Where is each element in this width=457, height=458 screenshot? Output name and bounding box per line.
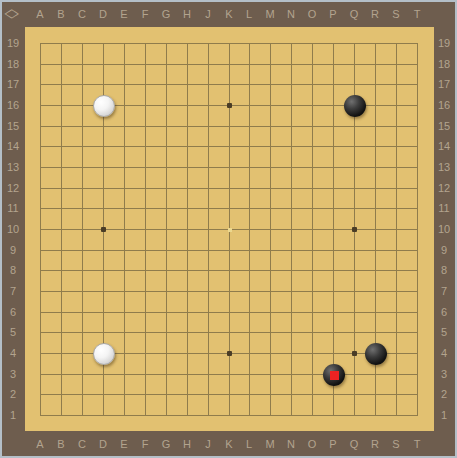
grid-line-horizontal (40, 291, 418, 292)
coord-label-left-12: 12 (2, 180, 24, 196)
coord-label-right-3: 3 (434, 366, 454, 382)
coord-label-bottom-D: D (93, 436, 113, 452)
coord-label-right-7: 7 (434, 283, 454, 299)
coord-label-bottom-F: F (135, 436, 155, 452)
coord-label-top-D: D (93, 6, 113, 22)
coord-label-left-11: 11 (2, 200, 24, 216)
coord-label-right-8: 8 (434, 262, 454, 278)
coord-label-left-15: 15 (2, 118, 24, 134)
coord-label-right-1: 1 (434, 407, 454, 423)
coord-label-left-6: 6 (2, 304, 24, 320)
coord-label-left-19: 19 (2, 35, 24, 51)
coord-label-left-16: 16 (2, 97, 24, 113)
grid-line-horizontal (40, 270, 418, 271)
coord-label-top-A: A (30, 6, 50, 22)
star-point (352, 227, 357, 232)
coord-label-bottom-Q: Q (344, 436, 364, 452)
coord-label-right-4: 4 (434, 345, 454, 361)
coord-label-top-H: H (177, 6, 197, 22)
coord-label-left-9: 9 (2, 242, 24, 258)
coord-label-top-E: E (114, 6, 134, 22)
coord-label-left-18: 18 (2, 56, 24, 72)
coord-label-left-4: 4 (2, 345, 24, 361)
grid-line-horizontal (40, 374, 418, 375)
coord-label-bottom-M: M (260, 436, 280, 452)
star-point (352, 351, 357, 356)
coord-label-right-16: 16 (434, 97, 454, 113)
coord-label-right-10: 10 (434, 221, 454, 237)
coord-label-bottom-J: J (198, 436, 218, 452)
grid-line-horizontal (40, 250, 418, 251)
diamond-icon: ◇ (5, 7, 19, 20)
coord-label-bottom-R: R (365, 436, 385, 452)
coord-label-left-17: 17 (2, 76, 24, 92)
coord-label-right-18: 18 (434, 56, 454, 72)
coord-label-bottom-N: N (281, 436, 301, 452)
grid-line-vertical (291, 43, 292, 416)
stone-white-D16 (93, 95, 115, 117)
grid-line-vertical (249, 43, 250, 416)
grid-line-vertical (312, 43, 313, 416)
coord-label-right-2: 2 (434, 386, 454, 402)
grid-line-horizontal (40, 312, 418, 313)
coord-label-bottom-S: S (386, 436, 406, 452)
coord-label-top-P: P (323, 6, 343, 22)
go-app-window: ◇ AABBCCDDEEFFGGHHJJKKLLMMNNOOPPQQRRSSTT… (0, 0, 457, 458)
grid-line-vertical (333, 43, 334, 416)
stone-white-D4 (93, 343, 115, 365)
stone-black-Q16 (344, 95, 366, 117)
coord-label-top-K: K (219, 6, 239, 22)
coord-label-top-F: F (135, 6, 155, 22)
coord-label-top-B: B (51, 6, 71, 22)
coord-label-left-1: 1 (2, 407, 24, 423)
coord-label-left-14: 14 (2, 138, 24, 154)
coord-label-bottom-E: E (114, 436, 134, 452)
star-point (101, 227, 106, 232)
coord-label-bottom-T: T (407, 436, 427, 452)
coord-label-top-O: O (302, 6, 322, 22)
coord-label-top-R: R (365, 6, 385, 22)
coord-label-bottom-L: L (239, 436, 259, 452)
coord-label-top-J: J (198, 6, 218, 22)
coord-label-top-S: S (386, 6, 406, 22)
tengen-highlight (228, 228, 232, 232)
coord-label-bottom-P: P (323, 436, 343, 452)
coord-label-right-11: 11 (434, 200, 454, 216)
coord-label-right-5: 5 (434, 324, 454, 340)
coord-label-bottom-O: O (302, 436, 322, 452)
coord-label-top-C: C (72, 6, 92, 22)
coord-label-left-13: 13 (2, 159, 24, 175)
coord-label-bottom-G: G (156, 436, 176, 452)
coord-label-right-15: 15 (434, 118, 454, 134)
coord-label-bottom-C: C (72, 436, 92, 452)
coord-label-right-17: 17 (434, 76, 454, 92)
coord-label-top-M: M (260, 6, 280, 22)
coord-label-right-9: 9 (434, 242, 454, 258)
coord-label-bottom-H: H (177, 436, 197, 452)
coord-label-right-6: 6 (434, 304, 454, 320)
coord-label-right-19: 19 (434, 35, 454, 51)
grid-line-vertical (417, 43, 418, 416)
grid-line-horizontal (40, 415, 418, 416)
star-point (227, 103, 232, 108)
grid-line-vertical (396, 43, 397, 416)
grid-line-vertical (270, 43, 271, 416)
coord-label-right-12: 12 (434, 180, 454, 196)
last-move-marker (330, 371, 339, 380)
stone-black-R4 (365, 343, 387, 365)
coord-label-left-3: 3 (2, 366, 24, 382)
go-board[interactable] (25, 27, 434, 431)
coord-label-left-5: 5 (2, 324, 24, 340)
stone-black-P3 (323, 364, 345, 386)
star-point (227, 351, 232, 356)
coord-label-left-8: 8 (2, 262, 24, 278)
grid-line-horizontal (40, 332, 418, 333)
coord-label-left-2: 2 (2, 386, 24, 402)
coord-label-top-T: T (407, 6, 427, 22)
coord-label-left-10: 10 (2, 221, 24, 237)
coord-label-bottom-A: A (30, 436, 50, 452)
grid-line-horizontal (40, 394, 418, 395)
coord-label-top-Q: Q (344, 6, 364, 22)
coord-label-top-G: G (156, 6, 176, 22)
coord-label-right-14: 14 (434, 138, 454, 154)
coord-label-left-7: 7 (2, 283, 24, 299)
coord-label-top-N: N (281, 6, 301, 22)
coord-label-bottom-B: B (51, 436, 71, 452)
coord-label-right-13: 13 (434, 159, 454, 175)
coord-label-top-L: L (239, 6, 259, 22)
coord-label-bottom-K: K (219, 436, 239, 452)
